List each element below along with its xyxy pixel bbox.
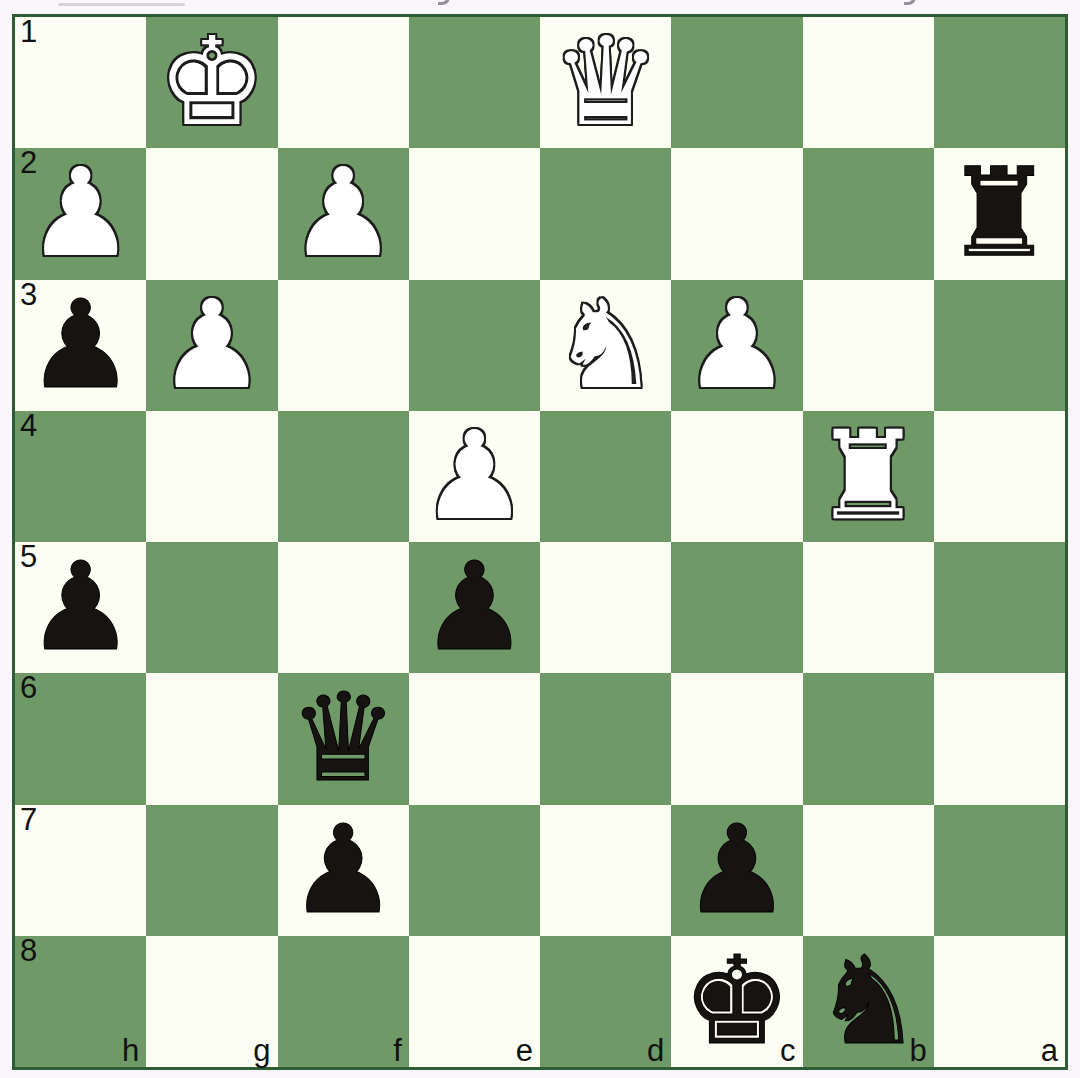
square-g5[interactable]: [146, 542, 277, 673]
piece-black-pawn-h5[interactable]: ♟: [15, 542, 146, 673]
square-e2[interactable]: [409, 148, 540, 279]
square-f5[interactable]: [278, 542, 409, 673]
square-h8[interactable]: 8h: [15, 936, 146, 1067]
square-d6[interactable]: [540, 673, 671, 804]
piece-white-queen-d1[interactable]: ♛: [540, 17, 671, 148]
piece-white-pawn-c3[interactable]: ♟: [671, 280, 802, 411]
square-f3[interactable]: [278, 280, 409, 411]
piece-black-pawn-c7[interactable]: ♟: [671, 805, 802, 936]
square-g3[interactable]: ♟: [146, 280, 277, 411]
piece-white-king-g1[interactable]: ♚: [146, 17, 277, 148]
piece-white-pawn-e4[interactable]: ♟: [409, 411, 540, 542]
square-d8[interactable]: d: [540, 936, 671, 1067]
square-a4[interactable]: [934, 411, 1065, 542]
piece-black-knight-b8[interactable]: ♞: [803, 936, 934, 1067]
square-b2[interactable]: [803, 148, 934, 279]
square-h1[interactable]: 1: [15, 17, 146, 148]
piece-white-pawn-h2[interactable]: ♟: [15, 148, 146, 279]
square-b3[interactable]: [803, 280, 934, 411]
piece-black-king-c8[interactable]: ♚: [671, 936, 802, 1067]
square-a8[interactable]: a: [934, 936, 1065, 1067]
square-e5[interactable]: ♟: [409, 542, 540, 673]
square-b1[interactable]: [803, 17, 934, 148]
rank-label-1: 1: [20, 15, 37, 49]
square-d5[interactable]: [540, 542, 671, 673]
piece-white-pawn-g3[interactable]: ♟: [146, 280, 277, 411]
square-c7[interactable]: ♟: [671, 805, 802, 936]
piece-black-pawn-f7[interactable]: ♟: [278, 805, 409, 936]
square-a6[interactable]: [934, 673, 1065, 804]
square-h6[interactable]: 6: [15, 673, 146, 804]
square-g6[interactable]: [146, 673, 277, 804]
square-e3[interactable]: [409, 280, 540, 411]
square-f4[interactable]: [278, 411, 409, 542]
square-f7[interactable]: ♟: [278, 805, 409, 936]
cutoff-text-fragment: [58, 3, 185, 6]
square-c3[interactable]: ♟: [671, 280, 802, 411]
square-g7[interactable]: [146, 805, 277, 936]
square-d7[interactable]: [540, 805, 671, 936]
square-h4[interactable]: 4: [15, 411, 146, 542]
chess-board: 1♚♛2♟♟♜3♟♟♞♟4♟♜5♟♟6♛7♟♟8hgfedc♚b♞a: [12, 14, 1068, 1070]
square-f6[interactable]: ♛: [278, 673, 409, 804]
square-f2[interactable]: ♟: [278, 148, 409, 279]
square-h2[interactable]: 2♟: [15, 148, 146, 279]
square-d1[interactable]: ♛: [540, 17, 671, 148]
rank-label-4: 4: [20, 409, 37, 443]
square-e7[interactable]: [409, 805, 540, 936]
square-b8[interactable]: b♞: [803, 936, 934, 1067]
piece-black-pawn-h3[interactable]: ♟: [15, 280, 146, 411]
square-c1[interactable]: [671, 17, 802, 148]
square-d2[interactable]: [540, 148, 671, 279]
file-label-d: d: [647, 1034, 664, 1068]
square-g4[interactable]: [146, 411, 277, 542]
square-h7[interactable]: 7: [15, 805, 146, 936]
square-a7[interactable]: [934, 805, 1065, 936]
piece-black-queen-f6[interactable]: ♛: [278, 673, 409, 804]
square-a1[interactable]: [934, 17, 1065, 148]
square-f1[interactable]: [278, 17, 409, 148]
file-label-f: f: [393, 1034, 402, 1068]
rank-label-8: 8: [20, 934, 37, 968]
piece-white-knight-d3[interactable]: ♞: [540, 280, 671, 411]
square-a5[interactable]: [934, 542, 1065, 673]
file-label-a: a: [1041, 1034, 1058, 1068]
square-c8[interactable]: c♚: [671, 936, 802, 1067]
square-b7[interactable]: [803, 805, 934, 936]
square-c2[interactable]: [671, 148, 802, 279]
square-b4[interactable]: ♜: [803, 411, 934, 542]
piece-white-pawn-f2[interactable]: ♟: [278, 148, 409, 279]
rank-label-7: 7: [20, 803, 37, 837]
piece-black-pawn-e5[interactable]: ♟: [409, 542, 540, 673]
square-e1[interactable]: [409, 17, 540, 148]
square-e6[interactable]: [409, 673, 540, 804]
cutoff-text-fragment: [438, 0, 450, 5]
square-h3[interactable]: 3♟: [15, 280, 146, 411]
file-label-e: e: [516, 1034, 533, 1068]
square-b6[interactable]: [803, 673, 934, 804]
square-c6[interactable]: [671, 673, 802, 804]
piece-white-rook-b4[interactable]: ♜: [803, 411, 934, 542]
square-c4[interactable]: [671, 411, 802, 542]
square-f8[interactable]: f: [278, 936, 409, 1067]
file-label-h: h: [122, 1034, 139, 1068]
file-label-g: g: [253, 1034, 270, 1068]
rank-label-6: 6: [20, 671, 37, 705]
square-g1[interactable]: ♚: [146, 17, 277, 148]
square-g8[interactable]: g: [146, 936, 277, 1067]
square-h5[interactable]: 5♟: [15, 542, 146, 673]
square-d3[interactable]: ♞: [540, 280, 671, 411]
square-b5[interactable]: [803, 542, 934, 673]
piece-black-rook-a2[interactable]: ♜: [934, 148, 1065, 279]
square-g2[interactable]: [146, 148, 277, 279]
cutoff-text-fragment: [904, 0, 916, 5]
square-e4[interactable]: ♟: [409, 411, 540, 542]
square-c5[interactable]: [671, 542, 802, 673]
square-a2[interactable]: ♜: [934, 148, 1065, 279]
square-e8[interactable]: e: [409, 936, 540, 1067]
square-d4[interactable]: [540, 411, 671, 542]
square-a3[interactable]: [934, 280, 1065, 411]
